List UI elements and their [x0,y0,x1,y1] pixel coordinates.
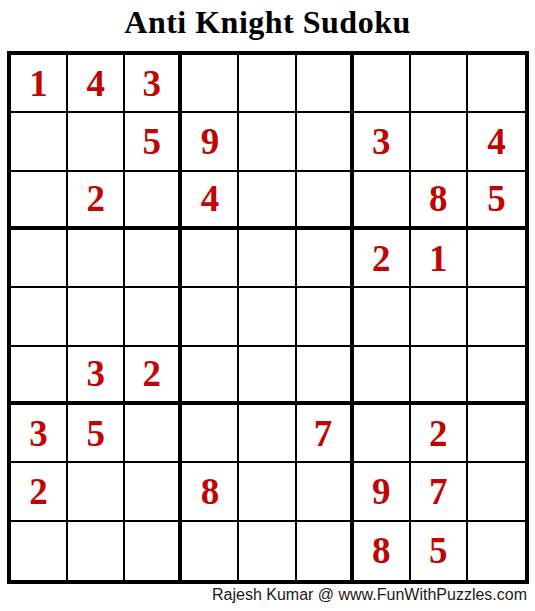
cell-r6c2[interactable]: 3 [68,347,125,405]
cell-r9c9[interactable] [468,522,525,580]
cell-r5c1[interactable] [11,288,68,346]
cell-r4c6[interactable] [297,230,354,288]
cell-r7c7[interactable] [354,405,411,463]
cell-r1c2[interactable]: 4 [68,55,125,113]
cell-r5c6[interactable] [297,288,354,346]
cell-r8c2[interactable] [68,463,125,521]
cell-r4c3[interactable] [125,230,182,288]
cell-r4c2[interactable] [68,230,125,288]
cell-r7c4[interactable] [182,405,239,463]
cell-r8c3[interactable] [125,463,182,521]
cell-r2c1[interactable] [11,113,68,171]
cell-r4c4[interactable] [182,230,239,288]
credit-text: Rajesh Kumar @ www.FunWithPuzzles.com [212,586,527,604]
cell-r7c5[interactable] [239,405,296,463]
cell-r3c1[interactable] [11,172,68,230]
sudoku-board: 1435934248521323572289785 [7,51,529,584]
cell-r8c1[interactable]: 2 [11,463,68,521]
cell-r8c6[interactable] [297,463,354,521]
cell-r6c1[interactable] [11,347,68,405]
cell-r2c3[interactable]: 5 [125,113,182,171]
cell-r5c3[interactable] [125,288,182,346]
cell-r9c8[interactable]: 5 [411,522,468,580]
cell-r9c7[interactable]: 8 [354,522,411,580]
cell-r3c9[interactable]: 5 [468,172,525,230]
cell-r7c2[interactable]: 5 [68,405,125,463]
cell-r5c5[interactable] [239,288,296,346]
cell-r4c9[interactable] [468,230,525,288]
cell-r6c9[interactable] [468,347,525,405]
puzzle-page: Anti Knight Sudoku 143593424852132357228… [0,0,535,611]
cell-r3c7[interactable] [354,172,411,230]
cell-r7c8[interactable]: 2 [411,405,468,463]
cell-r4c7[interactable]: 2 [354,230,411,288]
cell-r5c2[interactable] [68,288,125,346]
cell-r5c8[interactable] [411,288,468,346]
cell-r6c3[interactable]: 2 [125,347,182,405]
cell-r9c3[interactable] [125,522,182,580]
cell-r7c3[interactable] [125,405,182,463]
cell-r2c9[interactable]: 4 [468,113,525,171]
cell-r9c5[interactable] [239,522,296,580]
cell-r7c9[interactable] [468,405,525,463]
cell-r8c8[interactable]: 7 [411,463,468,521]
cell-r1c6[interactable] [297,55,354,113]
cell-r8c4[interactable]: 8 [182,463,239,521]
cell-r3c3[interactable] [125,172,182,230]
puzzle-title: Anti Knight Sudoku [0,4,535,41]
cell-r3c2[interactable]: 2 [68,172,125,230]
cell-r9c2[interactable] [68,522,125,580]
cell-r5c4[interactable] [182,288,239,346]
cell-r1c9[interactable] [468,55,525,113]
cell-r4c1[interactable] [11,230,68,288]
cell-r1c4[interactable] [182,55,239,113]
cell-r3c8[interactable]: 8 [411,172,468,230]
cell-r1c5[interactable] [239,55,296,113]
cell-r8c7[interactable]: 9 [354,463,411,521]
cell-r6c4[interactable] [182,347,239,405]
cell-r2c8[interactable] [411,113,468,171]
cell-r9c6[interactable] [297,522,354,580]
cell-r5c9[interactable] [468,288,525,346]
cell-r3c6[interactable] [297,172,354,230]
cell-r9c4[interactable] [182,522,239,580]
cell-r6c6[interactable] [297,347,354,405]
cell-r2c6[interactable] [297,113,354,171]
cell-r5c7[interactable] [354,288,411,346]
cell-r6c5[interactable] [239,347,296,405]
cell-r6c7[interactable] [354,347,411,405]
cell-r1c7[interactable] [354,55,411,113]
cell-r9c1[interactable] [11,522,68,580]
cell-r4c8[interactable]: 1 [411,230,468,288]
cell-r1c3[interactable]: 3 [125,55,182,113]
cell-r2c5[interactable] [239,113,296,171]
cell-r3c5[interactable] [239,172,296,230]
cell-r1c8[interactable] [411,55,468,113]
cell-r2c7[interactable]: 3 [354,113,411,171]
cell-r3c4[interactable]: 4 [182,172,239,230]
cell-r8c9[interactable] [468,463,525,521]
cell-r2c4[interactable]: 9 [182,113,239,171]
cell-r7c1[interactable]: 3 [11,405,68,463]
cell-r2c2[interactable] [68,113,125,171]
cell-r7c6[interactable]: 7 [297,405,354,463]
cell-r6c8[interactable] [411,347,468,405]
cell-r8c5[interactable] [239,463,296,521]
cell-r4c5[interactable] [239,230,296,288]
cell-r1c1[interactable]: 1 [11,55,68,113]
